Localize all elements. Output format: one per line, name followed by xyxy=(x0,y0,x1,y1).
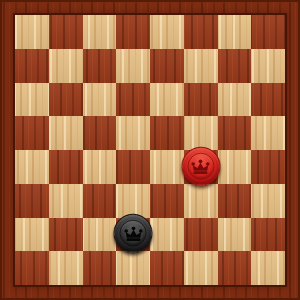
square-r6c4 xyxy=(150,218,184,252)
square-r4c0 xyxy=(15,150,49,184)
square-r5c2[interactable] xyxy=(83,184,117,218)
square-r6c0 xyxy=(15,218,49,252)
square-r3c6[interactable] xyxy=(218,116,252,150)
square-r4c4 xyxy=(150,150,184,184)
square-r6c2 xyxy=(83,218,117,252)
square-r3c1 xyxy=(49,116,83,150)
square-r3c0[interactable] xyxy=(15,116,49,150)
square-r2c7[interactable] xyxy=(251,83,285,117)
square-r1c2[interactable] xyxy=(83,49,117,83)
square-r4c5[interactable] xyxy=(184,150,218,184)
square-r5c6[interactable] xyxy=(218,184,252,218)
square-r5c4[interactable] xyxy=(150,184,184,218)
square-r6c5[interactable] xyxy=(184,218,218,252)
square-r7c1 xyxy=(49,251,83,285)
square-r2c5[interactable] xyxy=(184,83,218,117)
square-r0c2 xyxy=(83,15,117,49)
square-r1c1 xyxy=(49,49,83,83)
square-r1c0[interactable] xyxy=(15,49,49,83)
black-king-piece[interactable] xyxy=(114,214,153,253)
square-r5c0[interactable] xyxy=(15,184,49,218)
square-r5c5 xyxy=(184,184,218,218)
square-r4c1[interactable] xyxy=(49,150,83,184)
square-r7c7 xyxy=(251,251,285,285)
square-r1c5 xyxy=(184,49,218,83)
square-r4c3[interactable] xyxy=(116,150,150,184)
square-r4c6 xyxy=(218,150,252,184)
square-r0c3[interactable] xyxy=(116,15,150,49)
square-r0c0 xyxy=(15,15,49,49)
square-r2c6 xyxy=(218,83,252,117)
checkers-app xyxy=(0,0,300,300)
square-r1c6[interactable] xyxy=(218,49,252,83)
square-r0c4 xyxy=(150,15,184,49)
square-r4c2 xyxy=(83,150,117,184)
red-king-piece[interactable] xyxy=(181,147,220,186)
square-r1c7 xyxy=(251,49,285,83)
square-r3c4[interactable] xyxy=(150,116,184,150)
square-r7c3 xyxy=(116,251,150,285)
square-r0c5[interactable] xyxy=(184,15,218,49)
square-r0c6 xyxy=(218,15,252,49)
square-r1c3 xyxy=(116,49,150,83)
square-r7c0[interactable] xyxy=(15,251,49,285)
square-r3c5 xyxy=(184,116,218,150)
square-r6c7[interactable] xyxy=(251,218,285,252)
square-r3c3 xyxy=(116,116,150,150)
square-r2c2 xyxy=(83,83,117,117)
crown-icon xyxy=(123,225,143,242)
square-r3c2[interactable] xyxy=(83,116,117,150)
square-r2c0 xyxy=(15,83,49,117)
board xyxy=(15,15,285,285)
crown-icon xyxy=(191,158,211,175)
square-r7c5 xyxy=(184,251,218,285)
square-r1c4[interactable] xyxy=(150,49,184,83)
square-r5c3 xyxy=(116,184,150,218)
square-r3c7 xyxy=(251,116,285,150)
square-r7c2[interactable] xyxy=(83,251,117,285)
square-r2c4 xyxy=(150,83,184,117)
square-r2c1[interactable] xyxy=(49,83,83,117)
square-r4c7[interactable] xyxy=(251,150,285,184)
square-r7c4[interactable] xyxy=(150,251,184,285)
square-r2c3[interactable] xyxy=(116,83,150,117)
square-r5c1 xyxy=(49,184,83,218)
square-r6c3[interactable] xyxy=(116,218,150,252)
square-r0c7[interactable] xyxy=(251,15,285,49)
square-r6c6 xyxy=(218,218,252,252)
square-r0c1[interactable] xyxy=(49,15,83,49)
square-r5c7 xyxy=(251,184,285,218)
square-r7c6[interactable] xyxy=(218,251,252,285)
square-r6c1[interactable] xyxy=(49,218,83,252)
